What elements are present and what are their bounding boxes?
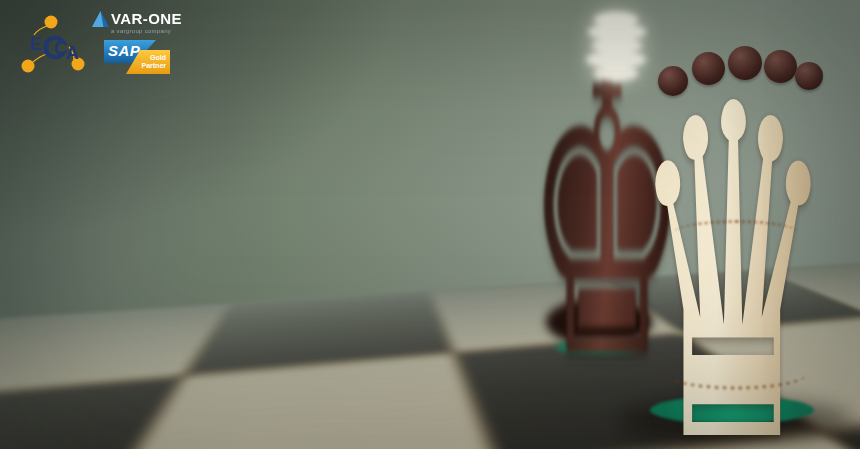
queen-burned-base-decoration bbox=[666, 358, 806, 390]
queen-crown-ball bbox=[692, 52, 725, 85]
queen-crown-ball bbox=[728, 46, 762, 80]
avarone-name: VAR-ONE bbox=[111, 10, 182, 27]
sap-badge-partner-label: Partner bbox=[126, 62, 166, 70]
sap-name: SAP bbox=[108, 42, 140, 59]
avarone-tagline: a vargroup company bbox=[111, 28, 212, 34]
banner-stage: ♚ ♛ E C C A bbox=[0, 0, 860, 449]
sap-gold-partner-logo: SAP Gold Partner bbox=[104, 40, 170, 74]
eca-letter-e: E bbox=[30, 34, 42, 55]
avarone-logo: VAR-ONE a vargroup company bbox=[92, 10, 212, 34]
branding-area: E C C A VAR-ONE a vargroup company SAP G… bbox=[14, 8, 224, 78]
queen-burned-collar-decoration bbox=[674, 220, 798, 245]
eca-letter-a: A bbox=[66, 43, 79, 64]
queen-crown-ball bbox=[658, 66, 688, 96]
eca-logo: E C C A bbox=[14, 12, 96, 76]
avarone-triangle-icon bbox=[92, 11, 109, 27]
queen-crown-ball bbox=[795, 62, 823, 90]
queen-crown-ball bbox=[764, 50, 797, 83]
